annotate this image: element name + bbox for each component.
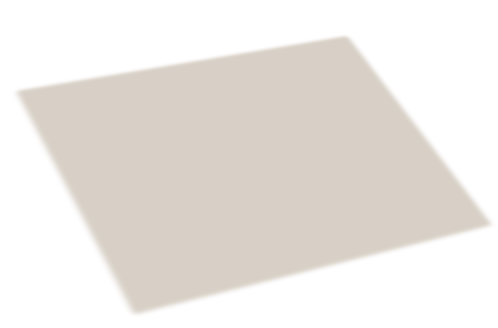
scene [0, 0, 498, 328]
